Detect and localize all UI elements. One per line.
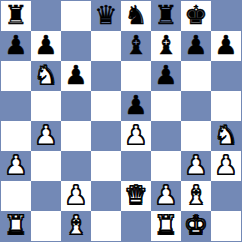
square-d3[interactable] bbox=[91, 151, 121, 181]
square-a3[interactable]: ♟ bbox=[1, 151, 31, 181]
piece-white-rook: ♜ bbox=[154, 212, 177, 238]
piece-white-bishop: ♝ bbox=[184, 182, 207, 208]
piece-black-king: ♚ bbox=[184, 2, 207, 28]
square-d8[interactable]: ♛ bbox=[91, 1, 121, 31]
square-d2[interactable] bbox=[91, 181, 121, 211]
piece-black-rook: ♜ bbox=[4, 2, 27, 28]
piece-white-pawn: ♟ bbox=[154, 182, 177, 208]
square-a5[interactable] bbox=[1, 91, 31, 121]
square-f8[interactable]: ♜ bbox=[151, 1, 181, 31]
square-c5[interactable] bbox=[61, 91, 91, 121]
square-g2[interactable]: ♝ bbox=[181, 181, 211, 211]
square-d6[interactable] bbox=[91, 61, 121, 91]
square-f2[interactable]: ♟ bbox=[151, 181, 181, 211]
square-g7[interactable]: ♟ bbox=[181, 31, 211, 61]
piece-white-pawn: ♟ bbox=[124, 122, 147, 148]
square-d5[interactable] bbox=[91, 91, 121, 121]
square-b6[interactable]: ♞ bbox=[31, 61, 61, 91]
piece-black-pawn: ♟ bbox=[64, 62, 87, 88]
square-c1[interactable]: ♝ bbox=[61, 211, 91, 241]
piece-white-pawn: ♟ bbox=[34, 122, 57, 148]
square-c2[interactable]: ♟ bbox=[61, 181, 91, 211]
square-c6[interactable]: ♟ bbox=[61, 61, 91, 91]
square-d4[interactable] bbox=[91, 121, 121, 151]
square-f6[interactable]: ♟ bbox=[151, 61, 181, 91]
piece-white-knight: ♞ bbox=[34, 62, 57, 88]
piece-white-pawn: ♟ bbox=[64, 182, 87, 208]
square-g4[interactable] bbox=[181, 121, 211, 151]
square-g1[interactable]: ♚ bbox=[181, 211, 211, 241]
square-b8[interactable] bbox=[31, 1, 61, 31]
square-h8[interactable] bbox=[211, 1, 241, 31]
piece-black-pawn: ♟ bbox=[214, 32, 237, 58]
piece-white-pawn: ♟ bbox=[184, 152, 207, 178]
piece-white-queen: ♛ bbox=[124, 182, 147, 208]
piece-black-pawn: ♟ bbox=[124, 92, 147, 118]
square-a6[interactable] bbox=[1, 61, 31, 91]
square-c7[interactable] bbox=[61, 31, 91, 61]
piece-white-rook: ♜ bbox=[4, 212, 27, 238]
square-e2[interactable]: ♛ bbox=[121, 181, 151, 211]
square-g6[interactable] bbox=[181, 61, 211, 91]
square-f1[interactable]: ♜ bbox=[151, 211, 181, 241]
piece-black-pawn: ♟ bbox=[34, 32, 57, 58]
square-h6[interactable] bbox=[211, 61, 241, 91]
piece-black-rook: ♜ bbox=[154, 2, 177, 28]
square-h5[interactable] bbox=[211, 91, 241, 121]
square-b5[interactable] bbox=[31, 91, 61, 121]
square-h4[interactable]: ♞ bbox=[211, 121, 241, 151]
square-a8[interactable]: ♜ bbox=[1, 1, 31, 31]
square-e7[interactable]: ♝ bbox=[121, 31, 151, 61]
square-d7[interactable] bbox=[91, 31, 121, 61]
square-a4[interactable] bbox=[1, 121, 31, 151]
square-a2[interactable] bbox=[1, 181, 31, 211]
piece-black-queen: ♛ bbox=[94, 2, 117, 28]
square-a1[interactable]: ♜ bbox=[1, 211, 31, 241]
piece-white-king: ♚ bbox=[184, 212, 207, 238]
square-c4[interactable] bbox=[61, 121, 91, 151]
square-b3[interactable] bbox=[31, 151, 61, 181]
square-h1[interactable] bbox=[211, 211, 241, 241]
piece-black-knight: ♞ bbox=[124, 2, 147, 28]
square-e5[interactable]: ♟ bbox=[121, 91, 151, 121]
square-e3[interactable] bbox=[121, 151, 151, 181]
piece-white-pawn: ♟ bbox=[214, 152, 237, 178]
piece-black-pawn: ♟ bbox=[4, 32, 27, 58]
square-b1[interactable] bbox=[31, 211, 61, 241]
square-g8[interactable]: ♚ bbox=[181, 1, 211, 31]
square-f7[interactable]: ♝ bbox=[151, 31, 181, 61]
piece-black-pawn: ♟ bbox=[184, 32, 207, 58]
piece-black-bishop: ♝ bbox=[124, 32, 147, 58]
square-b2[interactable] bbox=[31, 181, 61, 211]
piece-white-pawn: ♟ bbox=[4, 152, 27, 178]
square-a7[interactable]: ♟ bbox=[1, 31, 31, 61]
piece-black-pawn: ♟ bbox=[154, 62, 177, 88]
square-f4[interactable] bbox=[151, 121, 181, 151]
square-f5[interactable] bbox=[151, 91, 181, 121]
square-f3[interactable] bbox=[151, 151, 181, 181]
square-d1[interactable] bbox=[91, 211, 121, 241]
square-h7[interactable]: ♟ bbox=[211, 31, 241, 61]
square-h2[interactable] bbox=[211, 181, 241, 211]
piece-white-bishop: ♝ bbox=[64, 212, 87, 238]
square-c8[interactable] bbox=[61, 1, 91, 31]
square-c3[interactable] bbox=[61, 151, 91, 181]
square-e8[interactable]: ♞ bbox=[121, 1, 151, 31]
square-b4[interactable]: ♟ bbox=[31, 121, 61, 151]
chess-board: ♜♛♞♜♚♟♟♝♝♟♟♞♟♟♟♟♟♞♟♟♟♟♛♟♝♜♝♜♚ bbox=[0, 0, 242, 242]
square-h3[interactable]: ♟ bbox=[211, 151, 241, 181]
piece-black-bishop: ♝ bbox=[154, 32, 177, 58]
square-b7[interactable]: ♟ bbox=[31, 31, 61, 61]
square-g3[interactable]: ♟ bbox=[181, 151, 211, 181]
square-g5[interactable] bbox=[181, 91, 211, 121]
square-e6[interactable] bbox=[121, 61, 151, 91]
square-e4[interactable]: ♟ bbox=[121, 121, 151, 151]
piece-white-knight: ♞ bbox=[214, 122, 237, 148]
square-e1[interactable] bbox=[121, 211, 151, 241]
